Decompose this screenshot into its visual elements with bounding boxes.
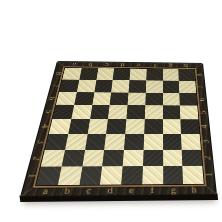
board-frame: abcdefgh abcdefgh 87654321 87654321 bbox=[20, 61, 217, 197]
file-label-bottom-f: f bbox=[142, 184, 163, 196]
square-d7[interactable] bbox=[111, 80, 129, 92]
square-f8[interactable] bbox=[146, 69, 162, 81]
square-d5[interactable] bbox=[108, 105, 127, 119]
square-f2[interactable] bbox=[143, 149, 163, 166]
square-d3[interactable] bbox=[104, 134, 125, 150]
square-g6[interactable] bbox=[163, 93, 180, 106]
square-h5[interactable] bbox=[180, 106, 198, 120]
file-label-bottom-h: h bbox=[183, 184, 204, 195]
square-c6[interactable] bbox=[92, 92, 111, 105]
square-b7[interactable] bbox=[77, 80, 96, 92]
file-label-bottom-b: b bbox=[55, 185, 79, 197]
square-g7[interactable] bbox=[163, 80, 180, 92]
square-d4[interactable] bbox=[106, 119, 126, 134]
square-f7[interactable] bbox=[146, 80, 163, 92]
square-f3[interactable] bbox=[143, 134, 162, 150]
square-h4[interactable] bbox=[181, 119, 200, 134]
square-e7[interactable] bbox=[129, 80, 147, 92]
square-e6[interactable] bbox=[127, 92, 145, 105]
square-b8[interactable] bbox=[79, 68, 98, 80]
square-d6[interactable] bbox=[110, 92, 129, 105]
file-label-bottom-g: g bbox=[163, 184, 184, 196]
square-g1[interactable] bbox=[163, 166, 184, 184]
square-h7[interactable] bbox=[179, 81, 196, 93]
square-b6[interactable] bbox=[74, 92, 94, 105]
playing-area bbox=[36, 68, 204, 185]
square-h6[interactable] bbox=[179, 93, 197, 106]
square-f6[interactable] bbox=[145, 92, 162, 105]
square-c7[interactable] bbox=[94, 80, 113, 92]
square-b3[interactable] bbox=[65, 134, 87, 150]
square-g5[interactable] bbox=[163, 106, 181, 120]
square-c2[interactable] bbox=[82, 150, 104, 167]
square-e5[interactable] bbox=[126, 105, 145, 119]
square-f1[interactable] bbox=[142, 166, 163, 184]
square-g2[interactable] bbox=[163, 149, 183, 166]
square-c1[interactable] bbox=[79, 167, 102, 185]
square-e1[interactable] bbox=[121, 166, 143, 184]
square-c4[interactable] bbox=[87, 119, 108, 134]
square-g3[interactable] bbox=[163, 134, 182, 150]
square-d2[interactable] bbox=[102, 150, 124, 167]
square-c5[interactable] bbox=[90, 105, 110, 119]
square-f5[interactable] bbox=[145, 105, 163, 119]
square-e3[interactable] bbox=[124, 134, 144, 150]
square-d1[interactable] bbox=[100, 166, 122, 184]
file-label-bottom-d: d bbox=[99, 185, 121, 197]
square-h1[interactable] bbox=[183, 166, 204, 184]
square-g4[interactable] bbox=[163, 119, 182, 134]
square-h3[interactable] bbox=[181, 134, 201, 150]
square-h2[interactable] bbox=[182, 149, 202, 166]
square-e4[interactable] bbox=[125, 119, 144, 134]
square-g8[interactable] bbox=[163, 69, 179, 81]
square-e2[interactable] bbox=[123, 150, 144, 167]
file-label-bottom-a: a bbox=[33, 185, 57, 197]
square-b1[interactable] bbox=[58, 167, 82, 185]
square-h8[interactable] bbox=[178, 69, 195, 81]
square-f4[interactable] bbox=[144, 119, 163, 134]
photo-canvas: abcdefgh abcdefgh 87654321 87654321 bbox=[0, 0, 222, 222]
chess-board: abcdefgh abcdefgh 87654321 87654321 bbox=[20, 61, 217, 197]
frame-miter-joint-bottom-right bbox=[204, 184, 217, 195]
square-c3[interactable] bbox=[85, 134, 107, 150]
square-b4[interactable] bbox=[68, 119, 90, 134]
square-c8[interactable] bbox=[96, 68, 114, 80]
square-a2[interactable] bbox=[41, 150, 65, 167]
file-label-bottom-c: c bbox=[77, 185, 100, 197]
square-d8[interactable] bbox=[113, 68, 131, 80]
square-e8[interactable] bbox=[130, 69, 147, 81]
file-label-bottom-e: e bbox=[120, 184, 142, 196]
file-labels-bottom: abcdefgh bbox=[33, 184, 204, 197]
square-b5[interactable] bbox=[71, 105, 92, 119]
